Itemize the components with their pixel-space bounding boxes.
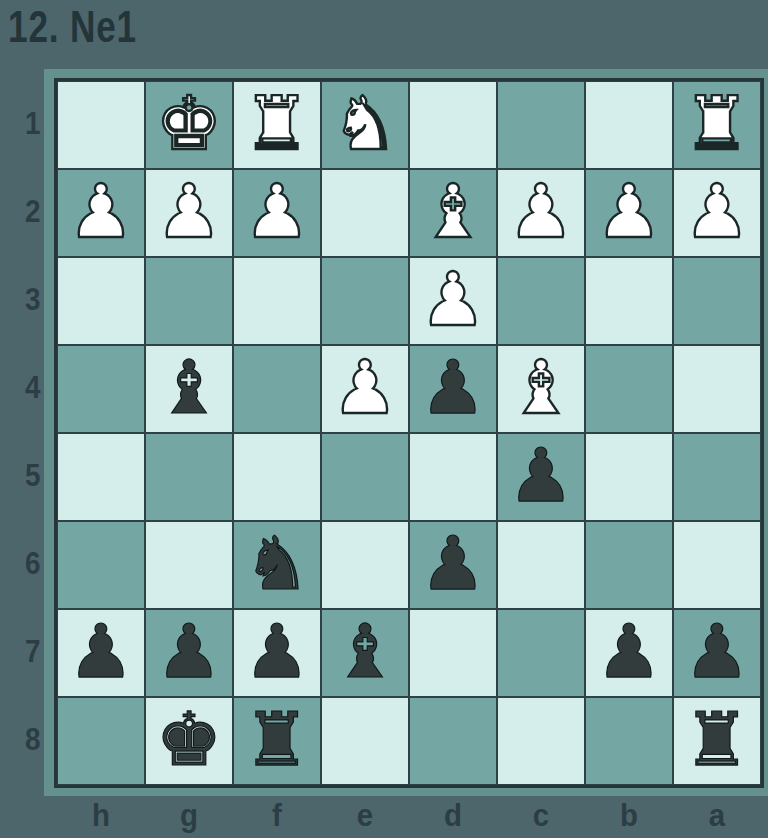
file-label-c: c — [499, 794, 583, 838]
piece-white-pawn[interactable]: ♟ — [244, 168, 310, 254]
square-g1[interactable]: ♚ — [145, 81, 233, 169]
rank-label-5: 5 — [4, 432, 44, 520]
piece-black-pawn[interactable]: ♟ — [68, 608, 134, 694]
piece-white-pawn[interactable]: ♟ — [420, 256, 486, 342]
rank-label-1: 1 — [4, 80, 44, 168]
square-a4[interactable] — [673, 345, 761, 433]
square-f8[interactable]: ♜ — [233, 697, 321, 785]
square-h2[interactable]: ♟ — [57, 169, 145, 257]
piece-white-pawn[interactable]: ♟ — [68, 168, 134, 254]
square-b4[interactable] — [585, 345, 673, 433]
square-f6[interactable]: ♞ — [233, 521, 321, 609]
rank-label-6: 6 — [4, 520, 44, 608]
rank-label-3: 3 — [4, 256, 44, 344]
square-f1[interactable]: ♜ — [233, 81, 321, 169]
piece-black-rook[interactable]: ♜ — [244, 696, 310, 782]
square-c3[interactable] — [497, 257, 585, 345]
square-b1[interactable] — [585, 81, 673, 169]
square-d2[interactable]: ♝ — [409, 169, 497, 257]
square-f2[interactable]: ♟ — [233, 169, 321, 257]
square-e4[interactable]: ♟ — [321, 345, 409, 433]
square-e3[interactable] — [321, 257, 409, 345]
square-c8[interactable] — [497, 697, 585, 785]
piece-black-bishop[interactable]: ♝ — [332, 608, 398, 694]
piece-white-pawn[interactable]: ♟ — [596, 168, 662, 254]
square-a5[interactable] — [673, 433, 761, 521]
square-a7[interactable]: ♟ — [673, 609, 761, 697]
file-labels: hgfedcba — [57, 794, 761, 838]
square-g3[interactable] — [145, 257, 233, 345]
square-h6[interactable] — [57, 521, 145, 609]
square-d7[interactable] — [409, 609, 497, 697]
piece-black-pawn[interactable]: ♟ — [684, 608, 750, 694]
piece-black-pawn[interactable]: ♟ — [420, 520, 486, 606]
square-g6[interactable] — [145, 521, 233, 609]
square-d5[interactable] — [409, 433, 497, 521]
square-h3[interactable] — [57, 257, 145, 345]
square-f5[interactable] — [233, 433, 321, 521]
square-b7[interactable]: ♟ — [585, 609, 673, 697]
square-b5[interactable] — [585, 433, 673, 521]
rank-label-4: 4 — [4, 344, 44, 432]
square-c4[interactable]: ♝ — [497, 345, 585, 433]
piece-white-pawn[interactable]: ♟ — [156, 168, 222, 254]
square-e1[interactable]: ♞ — [321, 81, 409, 169]
piece-white-pawn[interactable]: ♟ — [508, 168, 574, 254]
square-a1[interactable]: ♜ — [673, 81, 761, 169]
file-label-e: e — [323, 794, 407, 838]
piece-white-knight[interactable]: ♞ — [332, 80, 398, 166]
square-h1[interactable] — [57, 81, 145, 169]
piece-black-king[interactable]: ♚ — [156, 696, 222, 782]
rank-label-8: 8 — [4, 696, 44, 784]
square-b3[interactable] — [585, 257, 673, 345]
move-title: 12. Ne1 — [8, 2, 137, 52]
square-f4[interactable] — [233, 345, 321, 433]
file-label-f: f — [235, 794, 319, 838]
piece-black-pawn[interactable]: ♟ — [244, 608, 310, 694]
square-b6[interactable] — [585, 521, 673, 609]
square-d1[interactable] — [409, 81, 497, 169]
square-h4[interactable] — [57, 345, 145, 433]
square-c2[interactable]: ♟ — [497, 169, 585, 257]
file-label-g: g — [147, 794, 231, 838]
piece-black-knight[interactable]: ♞ — [244, 520, 310, 606]
square-f7[interactable]: ♟ — [233, 609, 321, 697]
square-a3[interactable] — [673, 257, 761, 345]
file-label-b: b — [587, 794, 671, 838]
square-e8[interactable] — [321, 697, 409, 785]
square-e7[interactable]: ♝ — [321, 609, 409, 697]
square-b2[interactable]: ♟ — [585, 169, 673, 257]
piece-white-rook[interactable]: ♜ — [684, 80, 750, 166]
piece-black-bishop[interactable]: ♝ — [156, 344, 222, 430]
square-b8[interactable] — [585, 697, 673, 785]
square-d4[interactable]: ♟ — [409, 345, 497, 433]
piece-black-pawn[interactable]: ♟ — [420, 344, 486, 430]
file-label-h: h — [59, 794, 143, 838]
piece-black-pawn[interactable]: ♟ — [596, 608, 662, 694]
square-g4[interactable]: ♝ — [145, 345, 233, 433]
square-e6[interactable] — [321, 521, 409, 609]
piece-black-pawn[interactable]: ♟ — [156, 608, 222, 694]
piece-white-pawn[interactable]: ♟ — [332, 344, 398, 430]
square-a2[interactable]: ♟ — [673, 169, 761, 257]
piece-white-rook[interactable]: ♜ — [244, 80, 310, 166]
square-h7[interactable]: ♟ — [57, 609, 145, 697]
square-d8[interactable] — [409, 697, 497, 785]
rank-labels: 12345678 — [0, 80, 44, 784]
square-c1[interactable] — [497, 81, 585, 169]
square-c7[interactable] — [497, 609, 585, 697]
square-h8[interactable] — [57, 697, 145, 785]
piece-white-king[interactable]: ♚ — [156, 80, 222, 166]
chess-board: ♚♜♞♜♟♟♟♝♟♟♟♟♝♟♟♝♟♞♟♟♟♟♝♟♟♚♜♜ — [54, 78, 764, 788]
rank-label-2: 2 — [4, 168, 44, 256]
square-d3[interactable]: ♟ — [409, 257, 497, 345]
square-e2[interactable] — [321, 169, 409, 257]
piece-white-pawn[interactable]: ♟ — [684, 168, 750, 254]
file-label-a: a — [675, 794, 759, 838]
piece-black-rook[interactable]: ♜ — [684, 696, 750, 782]
square-a8[interactable]: ♜ — [673, 697, 761, 785]
square-e5[interactable] — [321, 433, 409, 521]
piece-white-bishop[interactable]: ♝ — [508, 344, 574, 430]
page-background: 12. Ne1 ♚♜♞♜♟♟♟♝♟♟♟♟♝♟♟♝♟♞♟♟♟♟♝♟♟♚♜♜ 123… — [0, 0, 768, 838]
square-g2[interactable]: ♟ — [145, 169, 233, 257]
piece-black-pawn[interactable]: ♟ — [508, 432, 574, 518]
square-d6[interactable]: ♟ — [409, 521, 497, 609]
square-c5[interactable]: ♟ — [497, 433, 585, 521]
rank-label-7: 7 — [4, 608, 44, 696]
square-g7[interactable]: ♟ — [145, 609, 233, 697]
square-g5[interactable] — [145, 433, 233, 521]
square-g8[interactable]: ♚ — [145, 697, 233, 785]
square-f3[interactable] — [233, 257, 321, 345]
square-h5[interactable] — [57, 433, 145, 521]
file-label-d: d — [411, 794, 495, 838]
square-c6[interactable] — [497, 521, 585, 609]
piece-white-bishop[interactable]: ♝ — [420, 168, 486, 254]
square-a6[interactable] — [673, 521, 761, 609]
